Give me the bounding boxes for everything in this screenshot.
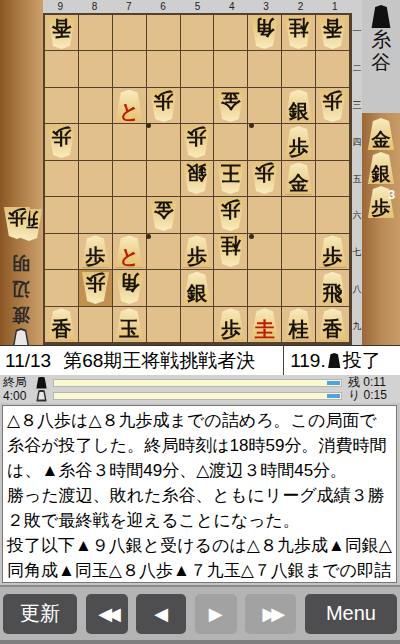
sente-hand-金[interactable]: 金 [367,118,395,150]
sente-piece-歩[interactable]: 歩 [284,126,313,158]
square-2-9[interactable]: 桂 [282,307,316,343]
file-label: 9 [43,0,77,13]
sente-piece-金[interactable]: 金 [284,162,313,194]
square-2-7[interactable] [282,234,316,270]
gote-piece-王[interactable]: 王 [216,162,245,194]
square-1-8[interactable]: 飛 [316,270,350,306]
square-7-4[interactable] [113,124,147,160]
square-9-5[interactable] [45,161,79,197]
event-title: 第68期王将戦挑戦者決 [63,348,281,374]
sente-piece-icon [371,5,391,28]
rank-coordinates: 一二三四五六七八九 [352,13,362,345]
square-8-9[interactable] [79,307,113,343]
gote-piece-香[interactable]: 香 [47,17,76,49]
sente-clock-row: 終局 残 0:11 [0,376,400,389]
square-9-2[interactable] [45,51,79,87]
square-1-9[interactable]: 香 [316,307,350,343]
clock-panel: 終局 残 0:11 4:00 り 0:15 [0,375,400,403]
square-9-1[interactable]: 香 [45,15,79,51]
gote-sidebar: 歩飛 明辺渡 [0,0,43,345]
gote-name-char: 辺 [12,276,30,302]
star-point [249,123,254,128]
sente-piece-銀[interactable]: 銀 [182,272,211,304]
toolbar: 更新 ◀◀ ◀ ▶ ▶▶ Menu [0,585,400,644]
sente-piece-歩[interactable]: 歩 [216,308,245,340]
square-5-2[interactable] [181,51,215,87]
sente-piece-icon [328,353,341,368]
square-9-7[interactable] [45,234,79,270]
sente-piece-香[interactable]: 香 [318,308,347,340]
menu-button[interactable]: Menu [305,594,397,634]
square-3-1[interactable]: 角 [248,15,282,51]
gote-piece-銀[interactable]: 銀 [182,162,211,194]
square-2-2[interactable] [282,51,316,87]
square-4-1[interactable] [214,15,248,51]
gote-piece-金[interactable]: 金 [149,199,178,231]
gote-piece-金[interactable]: 金 [216,90,245,122]
gote-piece-歩[interactable]: 歩 [149,90,178,122]
star-point [146,123,151,128]
square-4-6[interactable]: 歩 [214,197,248,233]
board-zone: 歩飛 明辺渡 987654321 一二三四五六七八九 香角桂香と歩金銀歩歩歩歩銀… [0,0,400,345]
gote-name-char: 明 [12,250,30,276]
square-6-4[interactable] [147,124,181,160]
square-7-5[interactable] [113,161,147,197]
square-8-8[interactable]: 歩 [79,270,113,306]
square-5-6[interactable] [181,197,215,233]
square-5-7[interactable]: 歩 [181,234,215,270]
gote-piece-香[interactable]: 香 [318,17,347,49]
refresh-button[interactable]: 更新 [3,594,77,634]
hand-count: 3 [388,187,395,202]
square-7-1[interactable] [113,15,147,51]
square-7-8[interactable]: 角 [113,270,147,306]
square-1-7[interactable]: 歩 [316,234,350,270]
square-3-6[interactable] [248,197,282,233]
square-8-6[interactable] [79,197,113,233]
square-6-1[interactable] [147,15,181,51]
sente-time-bar [53,379,342,387]
square-8-5[interactable] [79,161,113,197]
move-number: 119. [290,350,326,372]
square-4-8[interactable] [214,270,248,306]
gote-piece-歩[interactable]: 歩 [182,126,211,158]
game-caption-bar: 11/13 第68期王将戦挑戦者決 119. 投了 [0,345,400,375]
square-3-7[interactable] [248,234,282,270]
square-8-2[interactable] [79,51,113,87]
rank-label: 九 [352,308,362,345]
square-7-3[interactable]: と [113,88,147,124]
square-9-3[interactable] [45,88,79,124]
square-4-5[interactable]: 王 [214,161,248,197]
square-1-2[interactable] [316,51,350,87]
square-2-8[interactable] [282,270,316,306]
square-6-9[interactable] [147,307,181,343]
square-2-4[interactable]: 歩 [282,124,316,160]
square-5-5[interactable]: 銀 [181,161,215,197]
file-coordinates: 987654321 [43,0,352,13]
result-text: 投了 [343,348,381,374]
commentary-text[interactable]: △８八歩は△８九歩成までの詰めろ。この局面で糸谷が投了した。終局時刻は18時59… [2,405,397,583]
sente-name-char: 糸 [371,28,391,51]
square-4-7[interactable]: 桂 [214,234,248,270]
square-8-4[interactable] [79,124,113,160]
sente-piece-歩[interactable]: 歩 [318,235,347,267]
sente-player-name: 糸谷 [371,28,391,74]
square-6-2[interactable] [147,51,181,87]
square-9-6[interactable] [45,197,79,233]
sente-piece-玉[interactable]: 玉 [115,308,144,340]
prev-move-button[interactable]: ◀ [136,594,186,634]
file-label: 4 [215,0,249,13]
square-2-1[interactable]: 桂 [282,15,316,51]
gote-piece-icon [36,390,53,402]
file-label: 5 [180,0,214,13]
square-6-5[interactable] [147,161,181,197]
square-1-5[interactable] [316,161,350,197]
gote-name-char: 渡 [12,302,30,328]
gote-clock-row: 4:00 り 0:15 [0,389,400,402]
star-point [249,234,254,239]
gote-piece-歩[interactable]: 歩 [47,126,76,158]
square-7-2[interactable] [113,51,147,87]
sente-piece-icon [36,377,53,389]
square-6-8[interactable] [147,270,181,306]
square-5-4[interactable]: 歩 [181,124,215,160]
square-1-3[interactable]: 歩 [316,88,350,124]
gote-piece-歩[interactable]: 歩 [81,272,110,304]
file-label: 3 [249,0,283,13]
sente-piece-歩[interactable]: 歩 [182,235,211,267]
square-5-3[interactable] [181,88,215,124]
square-4-2[interactable] [214,51,248,87]
square-8-3[interactable] [79,88,113,124]
last-move-button[interactable]: ▶▶ [245,594,296,634]
clock-label: 4:00 [3,389,36,403]
sente-piece-飛[interactable]: 飛 [318,272,347,304]
shogi-board[interactable]: 香角桂香と歩金銀歩歩歩歩銀王歩金金歩歩と歩桂歩歩角銀飛香玉歩圭桂香 [43,13,352,345]
square-3-5[interactable]: 歩 [248,161,282,197]
square-7-7[interactable]: と [113,234,147,270]
rank-label: 一 [352,13,362,50]
square-3-8[interactable] [248,270,282,306]
square-4-4[interactable] [214,124,248,160]
square-9-4[interactable]: 歩 [45,124,79,160]
sente-piece-桂[interactable]: 桂 [284,308,313,340]
square-8-1[interactable] [79,15,113,51]
square-5-1[interactable] [181,15,215,51]
sente-piece-と[interactable]: と [115,235,144,267]
square-6-3[interactable]: 歩 [147,88,181,124]
square-2-5[interactable]: 金 [282,161,316,197]
square-4-3[interactable]: 金 [214,88,248,124]
game-date: 11/13 [5,350,51,372]
square-2-6[interactable] [282,197,316,233]
rank-label: 五 [352,161,362,198]
sente-piece-と[interactable]: と [115,90,144,122]
gote-piece-歩[interactable]: 歩 [216,199,245,231]
first-move-button[interactable]: ◀◀ [86,594,128,634]
rank-label: 八 [352,271,362,308]
file-label: 1 [318,0,352,13]
square-7-6[interactable] [113,197,147,233]
gote-time-remaining: り 0:15 [348,387,387,404]
square-9-9[interactable]: 香 [45,307,79,343]
sente-hand-銀[interactable]: 銀 [367,152,395,184]
sente-piece-歩[interactable]: 歩 [81,235,110,267]
square-3-9[interactable]: 圭 [248,307,282,343]
gote-piece-桂[interactable]: 桂 [284,17,313,49]
rank-label: 六 [352,197,362,234]
rank-label: 二 [352,50,362,87]
gote-piece-角[interactable]: 角 [250,17,279,49]
sente-player-label: 糸谷 [362,0,400,113]
file-label: 6 [146,0,180,13]
sente-piece-圭[interactable]: 圭 [250,308,279,340]
square-1-1[interactable]: 香 [316,15,350,51]
gote-piece-歩[interactable]: 歩 [250,162,279,194]
square-9-8[interactable] [45,270,79,306]
shogi-app: 歩飛 明辺渡 987654321 一二三四五六七八九 香角桂香と歩金銀歩歩歩歩銀… [0,0,400,644]
gote-piece-桂[interactable]: 桂 [216,235,245,267]
sente-name-char: 谷 [371,51,391,74]
square-5-8[interactable]: 銀 [181,270,215,306]
square-1-6[interactable] [316,197,350,233]
square-2-3[interactable]: 銀 [282,88,316,124]
file-label: 8 [77,0,111,13]
gote-piece-歩[interactable]: 歩 [318,90,347,122]
gote-piece-角[interactable]: 角 [115,272,144,304]
square-7-9[interactable]: 玉 [113,307,147,343]
sente-piece-銀[interactable]: 銀 [284,90,313,122]
sente-hand-tray: 金銀歩3 [362,113,400,345]
next-move-button[interactable]: ▶ [195,594,237,634]
file-label: 2 [283,0,317,13]
square-8-7[interactable]: 歩 [79,234,113,270]
file-label: 7 [112,0,146,13]
star-point [146,234,151,239]
square-5-9[interactable] [181,307,215,343]
square-1-4[interactable] [316,124,350,160]
gote-player-name: 明辺渡 [6,250,36,348]
square-6-7[interactable] [147,234,181,270]
rank-label: 三 [352,87,362,124]
square-6-6[interactable]: 金 [147,197,181,233]
sente-sidebar: 糸谷 金銀歩3 [362,0,400,345]
square-3-3[interactable] [248,88,282,124]
rank-label: 四 [352,124,362,161]
sente-piece-香[interactable]: 香 [47,308,76,340]
square-3-2[interactable] [248,51,282,87]
gote-time-bar [53,392,342,400]
square-3-4[interactable] [248,124,282,160]
caption-divider [283,346,284,376]
rank-label: 七 [352,234,362,271]
square-4-9[interactable]: 歩 [214,307,248,343]
